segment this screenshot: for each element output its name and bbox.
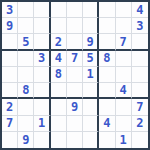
sudoku-cell-empty[interactable]: [83, 116, 99, 132]
sudoku-cell-empty[interactable]: [2, 132, 18, 148]
sudoku-cell-given[interactable]: 2: [132, 116, 148, 132]
sudoku-cell-given[interactable]: 4: [132, 2, 148, 18]
sudoku-cell-given[interactable]: 9: [18, 132, 34, 148]
sudoku-cell-empty[interactable]: [2, 67, 18, 83]
sudoku-cell-empty[interactable]: [51, 18, 67, 34]
sudoku-cell-empty[interactable]: [18, 51, 34, 67]
sudoku-cell-given[interactable]: 1: [83, 67, 99, 83]
sudoku-cell-given[interactable]: 4: [51, 51, 67, 67]
sudoku-cell-empty[interactable]: [34, 132, 50, 148]
sudoku-cell-empty[interactable]: [116, 99, 132, 115]
sudoku-cell-given[interactable]: 7: [2, 116, 18, 132]
sudoku-cell-empty[interactable]: [83, 83, 99, 99]
sudoku-cell-empty[interactable]: [116, 18, 132, 34]
sudoku-cell-empty[interactable]: [67, 34, 83, 50]
sudoku-cell-empty[interactable]: [67, 67, 83, 83]
sudoku-cell-empty[interactable]: [18, 116, 34, 132]
sudoku-cell-empty[interactable]: [67, 83, 83, 99]
sudoku-cell-empty[interactable]: [132, 67, 148, 83]
sudoku-cell-given[interactable]: 3: [2, 2, 18, 18]
sudoku-cell-given[interactable]: 8: [18, 83, 34, 99]
sudoku-cell-empty[interactable]: [83, 18, 99, 34]
sudoku-cell-empty[interactable]: [2, 83, 18, 99]
sudoku-cell-given[interactable]: 8: [51, 67, 67, 83]
sudoku-cell-empty[interactable]: [132, 83, 148, 99]
sudoku-cell-given[interactable]: 7: [116, 34, 132, 50]
sudoku-cell-empty[interactable]: [116, 2, 132, 18]
sudoku-cell-empty[interactable]: [99, 132, 115, 148]
sudoku-cell-empty[interactable]: [99, 67, 115, 83]
sudoku-cell-empty[interactable]: [18, 18, 34, 34]
sudoku-cell-empty[interactable]: [51, 99, 67, 115]
sudoku-cell-given[interactable]: 2: [51, 34, 67, 50]
sudoku-cell-empty[interactable]: [99, 2, 115, 18]
sudoku-cell-given[interactable]: 5: [83, 51, 99, 67]
sudoku-cell-given[interactable]: 1: [34, 116, 50, 132]
sudoku-cell-empty[interactable]: [34, 18, 50, 34]
sudoku-cell-empty[interactable]: [34, 34, 50, 50]
sudoku-cell-empty[interactable]: [34, 67, 50, 83]
sudoku-cell-empty[interactable]: [116, 67, 132, 83]
sudoku-cell-empty[interactable]: [34, 83, 50, 99]
sudoku-cell-given[interactable]: 4: [116, 83, 132, 99]
sudoku-cell-given[interactable]: 2: [2, 99, 18, 115]
sudoku-cell-empty[interactable]: [116, 51, 132, 67]
sudoku-cell-empty[interactable]: [18, 99, 34, 115]
sudoku-cell-given[interactable]: 1: [116, 132, 132, 148]
sudoku-cell-given[interactable]: 7: [67, 51, 83, 67]
sudoku-cell-given[interactable]: 5: [18, 34, 34, 50]
sudoku-cell-empty[interactable]: [132, 34, 148, 50]
sudoku-cell-empty[interactable]: [132, 51, 148, 67]
sudoku-cell-empty[interactable]: [18, 67, 34, 83]
sudoku-cell-empty[interactable]: [132, 132, 148, 148]
sudoku-cell-empty[interactable]: [67, 116, 83, 132]
sudoku-cell-empty[interactable]: [34, 2, 50, 18]
sudoku-cell-given[interactable]: 3: [34, 51, 50, 67]
sudoku-cell-empty[interactable]: [67, 132, 83, 148]
sudoku-cell-given[interactable]: 9: [2, 18, 18, 34]
sudoku-cell-empty[interactable]: [99, 18, 115, 34]
sudoku-cell-given[interactable]: 9: [67, 99, 83, 115]
sudoku-cell-empty[interactable]: [2, 51, 18, 67]
sudoku-cell-given[interactable]: 3: [132, 18, 148, 34]
sudoku-cell-empty[interactable]: [51, 132, 67, 148]
sudoku-grid: 34935297347588184297714291: [2, 2, 148, 148]
sudoku-cell-empty[interactable]: [99, 83, 115, 99]
sudoku-cell-empty[interactable]: [2, 34, 18, 50]
sudoku-board: 34935297347588184297714291: [0, 0, 150, 150]
sudoku-cell-given[interactable]: 4: [99, 116, 115, 132]
sudoku-cell-empty[interactable]: [99, 99, 115, 115]
sudoku-cell-given[interactable]: 8: [99, 51, 115, 67]
sudoku-cell-given[interactable]: 9: [83, 34, 99, 50]
sudoku-cell-empty[interactable]: [99, 34, 115, 50]
sudoku-cell-empty[interactable]: [34, 99, 50, 115]
sudoku-cell-empty[interactable]: [83, 132, 99, 148]
sudoku-cell-empty[interactable]: [51, 2, 67, 18]
sudoku-cell-empty[interactable]: [51, 116, 67, 132]
sudoku-cell-empty[interactable]: [67, 2, 83, 18]
sudoku-cell-given[interactable]: 7: [132, 99, 148, 115]
sudoku-cell-empty[interactable]: [83, 99, 99, 115]
sudoku-cell-empty[interactable]: [116, 116, 132, 132]
sudoku-cell-empty[interactable]: [83, 2, 99, 18]
sudoku-cell-empty[interactable]: [67, 18, 83, 34]
sudoku-cell-empty[interactable]: [18, 2, 34, 18]
sudoku-cell-empty[interactable]: [51, 83, 67, 99]
